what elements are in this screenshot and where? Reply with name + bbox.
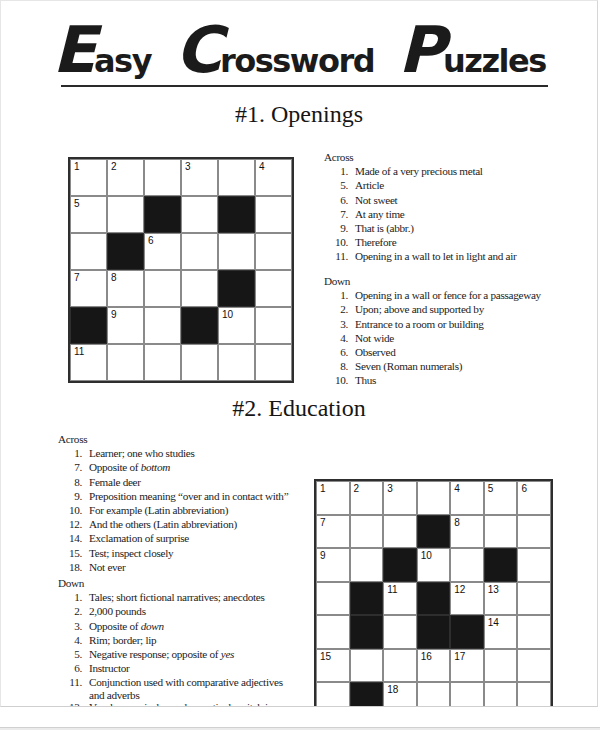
clue-number: 12	[454, 584, 465, 595]
p1-cell-r1c4[interactable]: 3	[181, 159, 218, 196]
clue-number: 9	[111, 309, 117, 320]
clue-list-number: 12.	[58, 517, 82, 531]
p1-cell-r3c6[interactable]	[255, 233, 292, 270]
clue-list-number: 6.	[324, 193, 348, 207]
clue-list-number: 3.	[324, 317, 348, 331]
p1-cell-r3c1[interactable]	[70, 233, 107, 270]
p1-cell-r2c6[interactable]	[255, 196, 292, 233]
clue-text: Thus	[355, 373, 376, 387]
clues-section-label: Down	[324, 274, 541, 288]
p1-cell-r1c1[interactable]: 1	[70, 159, 107, 196]
title-rest-easy: asy	[94, 42, 151, 80]
title-rest-crossword: rossword	[220, 42, 374, 80]
p2-cell-r2c7[interactable]	[517, 515, 551, 549]
p2-cell-r1c3[interactable]: 3	[383, 481, 417, 515]
p2-cell-r5c3[interactable]	[383, 615, 417, 649]
clue-text: Made of a very precious metal	[355, 164, 483, 178]
p2-cell-r5c2	[350, 615, 384, 649]
p1-cell-r4c4[interactable]	[181, 270, 218, 307]
clue-number: 3	[185, 161, 191, 172]
p1-cell-r5c2[interactable]: 9	[107, 307, 144, 344]
puzzle1-down-clues: Down1.Opening in a wall or fence for a p…	[324, 274, 541, 388]
clue-text: Observed	[355, 345, 395, 359]
clue-list-number: 2.	[324, 302, 348, 316]
title-word-crossword: Crossword	[175, 15, 374, 85]
p2-cell-r2c3[interactable]	[383, 515, 417, 549]
clue-number: 10	[222, 309, 233, 320]
clue-text: Article	[355, 178, 384, 192]
clue-list-number: 10.	[324, 373, 348, 387]
clue-list-number: 9.	[58, 489, 82, 503]
clue-number: 8	[111, 272, 117, 283]
clue-number: 2	[354, 483, 360, 494]
p1-cell-r3c4[interactable]	[181, 233, 218, 270]
clue-number: 7	[320, 517, 326, 528]
p2-cell-r5c1[interactable]	[316, 615, 350, 649]
clue-text: Not ever	[89, 560, 125, 574]
puzzle2-down-clues: Down1.Tales; short fictional narratives;…	[58, 576, 286, 707]
clue-number: 4	[259, 161, 265, 172]
p2-cell-r1c5[interactable]: 4	[450, 481, 484, 515]
clue: 8.Female deer	[58, 475, 288, 489]
clue: 1.Learner; one who studies	[58, 446, 288, 460]
clue-list-number: 1.	[58, 590, 82, 604]
clue-text: Opposite of down	[89, 619, 164, 633]
clue-list-number: 14.	[58, 531, 82, 545]
p1-cell-r5c6[interactable]	[255, 307, 292, 344]
clue: 2.Upon; above and supported by	[324, 302, 541, 316]
p2-cell-r5c4	[417, 615, 451, 649]
clue-number: 9	[320, 550, 326, 561]
clue-text: Opposite of bottom	[89, 460, 170, 474]
clue-text: Exclamation of surprise	[89, 531, 189, 545]
clue-text: Upon; above and supported by	[355, 302, 484, 316]
p2-cell-r5c5	[450, 615, 484, 649]
p2-cell-r4c5[interactable]: 12	[450, 582, 484, 616]
clue-list-number: 1.	[324, 164, 348, 178]
p2-cell-r4c6[interactable]: 13	[484, 582, 518, 616]
clue-list-number: 1.	[324, 288, 348, 302]
p2-cell-r6c1[interactable]: 15	[316, 649, 350, 683]
p2-cell-r3c4[interactable]: 10	[417, 548, 451, 582]
p1-cell-r5c3[interactable]	[144, 307, 181, 344]
clue-list-number: 5.	[324, 178, 348, 192]
puzzle1-heading: #1. Openings	[1, 101, 597, 128]
clue-text: Negative response; opposite of yes	[89, 647, 234, 661]
clue-list-number: 10.	[324, 235, 348, 249]
clue-number: 7	[74, 272, 80, 283]
p2-cell-r6c2[interactable]	[350, 649, 384, 683]
p1-cell-r6c6[interactable]	[255, 344, 292, 381]
puzzle2-heading: #2. Education	[1, 395, 597, 422]
p2-cell-r1c6[interactable]: 5	[484, 481, 518, 515]
puzzle2-across-clues: Across1.Learner; one who studies7.Opposi…	[58, 432, 288, 574]
clue: 8.Seven (Roman numerals)	[324, 359, 541, 373]
p2-cell-r2c4	[417, 515, 451, 549]
p2-cell-r5c7[interactable]	[517, 615, 551, 649]
p2-cell-r1c4[interactable]	[417, 481, 451, 515]
clue-list-number: 15.	[58, 546, 82, 560]
clue-text: At any time	[355, 207, 405, 221]
title-word-puzzles: Puzzles	[398, 15, 546, 85]
clues-section-label: Down	[58, 576, 286, 590]
clue-list-number: 7.	[58, 460, 82, 474]
clue-text: Opening in a wall or fence for a passage…	[355, 288, 541, 302]
p1-cell-r1c6[interactable]: 4	[255, 159, 292, 196]
clue-number: 14	[488, 617, 499, 628]
p1-cell-r4c5	[218, 270, 255, 307]
clue-number: 2	[111, 161, 117, 172]
clue: 10.Therefore	[324, 235, 516, 249]
p2-cell-r3c3	[383, 548, 417, 582]
clues-section-label: Across	[324, 150, 516, 164]
title-rest-puzzles: uzzles	[443, 42, 546, 80]
clue-list-number: 4.	[58, 633, 82, 647]
p2-cell-r6c6[interactable]	[484, 649, 518, 683]
p2-cell-r1c7[interactable]: 6	[517, 481, 551, 515]
p2-cell-r7c4[interactable]	[417, 682, 451, 707]
p2-cell-r6c7[interactable]	[517, 649, 551, 683]
p2-cell-r7c3[interactable]: 18	[383, 682, 417, 707]
p1-cell-r3c3[interactable]: 6	[144, 233, 181, 270]
clue-number: 1	[74, 161, 80, 172]
p1-cell-r2c3	[144, 196, 181, 233]
clue-number: 11	[387, 584, 397, 595]
clue-number: 5	[74, 198, 80, 209]
clue-text: Not wide	[355, 331, 394, 345]
clue-number: 13	[488, 584, 499, 595]
puzzle-page: Easy Crossword Puzzles #1. Openings 1234…	[0, 0, 598, 707]
p1-cell-r6c2[interactable]	[107, 344, 144, 381]
puzzle1-grid: 1234567891011	[68, 157, 294, 383]
clue-text: Female deer	[89, 475, 141, 489]
clue-text: Rim; border; lip	[89, 633, 156, 647]
p1-cell-r3c2	[107, 233, 144, 270]
clues-section-label: Across	[58, 432, 288, 446]
clue-text: Vocal or musical sound; a particular pit…	[89, 700, 286, 707]
clue: 10.Thus	[324, 373, 541, 387]
clue-list-number: 9.	[324, 221, 348, 235]
clue-list-number: 10.	[58, 503, 82, 517]
clue-list-number: 2.	[58, 604, 82, 618]
p2-cell-r2c2[interactable]	[350, 515, 384, 549]
page-title: Easy Crossword Puzzles	[1, 15, 597, 85]
clue-text: Preposition meaning “over and in contact…	[89, 489, 288, 503]
clue-number: 8	[454, 517, 460, 528]
clue-number: 1	[320, 483, 326, 494]
p1-cell-r2c2[interactable]	[107, 196, 144, 233]
clue: 3.Opposite of down	[58, 619, 286, 633]
p1-cell-r1c2[interactable]: 2	[107, 159, 144, 196]
clue-list-number: 5.	[58, 647, 82, 661]
p2-cell-r7c6[interactable]	[484, 682, 518, 707]
p1-cell-r3c5[interactable]	[218, 233, 255, 270]
clue-text: Instructor	[89, 661, 130, 675]
p1-cell-r6c5[interactable]	[218, 344, 255, 381]
clue: 6.Instructor	[58, 661, 286, 675]
clue: 5.Negative response; opposite of yes	[58, 647, 286, 661]
clue: 1.Opening in a wall or fence for a passa…	[324, 288, 541, 302]
p1-cell-r5c1	[70, 307, 107, 344]
p2-cell-r3c1[interactable]: 9	[316, 548, 350, 582]
p2-cell-r7c2	[350, 682, 384, 707]
p2-cell-r5c6[interactable]: 14	[484, 615, 518, 649]
clue: 13.Vocal or musical sound; a particular …	[58, 700, 286, 707]
clue: 12.And the others (Latin abbreviation)	[58, 517, 288, 531]
clue: 7.Opposite of bottom	[58, 460, 288, 474]
p2-cell-r4c7[interactable]	[517, 582, 551, 616]
clue: 6.Not sweet	[324, 193, 516, 207]
p2-cell-r4c4	[417, 582, 451, 616]
clue-text: 2,000 pounds	[89, 604, 146, 618]
p1-cell-r6c3[interactable]	[144, 344, 181, 381]
p2-cell-r7c5[interactable]	[450, 682, 484, 707]
p1-cell-r5c4	[181, 307, 218, 344]
clue: 5.Article	[324, 178, 516, 192]
p2-cell-r2c6[interactable]	[484, 515, 518, 549]
clue-list-number: 4.	[324, 331, 348, 345]
clue-list-number: 11.	[58, 675, 82, 689]
clue-number: 17	[454, 651, 465, 662]
p2-cell-r6c3[interactable]	[383, 649, 417, 683]
clue-number: 16	[421, 651, 432, 662]
clue-number: 6	[148, 235, 154, 246]
clue-number: 4	[454, 483, 460, 494]
title-cap-p: P	[398, 15, 443, 85]
p1-cell-r2c4[interactable]	[181, 196, 218, 233]
p1-cell-r4c3[interactable]	[144, 270, 181, 307]
p2-cell-r4c2	[350, 582, 384, 616]
p1-cell-r5c5[interactable]: 10	[218, 307, 255, 344]
title-cap-e: E	[52, 15, 94, 85]
clue-list-number: 3.	[58, 619, 82, 633]
clue: 10.For example (Latin abbreviation)	[58, 503, 288, 517]
p2-cell-r7c7[interactable]	[517, 682, 551, 707]
clue: 2.2,000 pounds	[58, 604, 286, 618]
clue: 3.Entrance to a room or building	[324, 317, 541, 331]
clue-number: 3	[387, 483, 393, 494]
clue: 6.Observed	[324, 345, 541, 359]
clue-list-number: 8.	[58, 475, 82, 489]
clue-text: Learner; one who studies	[89, 446, 195, 460]
p2-cell-r2c1[interactable]: 7	[316, 515, 350, 549]
p1-cell-r1c5[interactable]	[218, 159, 255, 196]
clue-text: Not sweet	[355, 193, 397, 207]
p1-cell-r4c1[interactable]: 7	[70, 270, 107, 307]
puzzle2-grid: 123456789101112131415161718	[314, 479, 553, 707]
clue-list-number: 6.	[58, 661, 82, 675]
p2-cell-r2c5[interactable]: 8	[450, 515, 484, 549]
clue-text: For example (Latin abbreviation)	[89, 503, 228, 517]
p2-cell-r3c6	[484, 548, 518, 582]
clue: 15.Test; inspect closely	[58, 546, 288, 560]
clue-text: Conjunction used with comparative adject…	[89, 675, 283, 689]
p2-cell-r6c5[interactable]: 17	[450, 649, 484, 683]
clue-number: 5	[488, 483, 494, 494]
clue: 14.Exclamation of surprise	[58, 531, 288, 545]
p1-cell-r2c1[interactable]: 5	[70, 196, 107, 233]
clue-text: Entrance to a room or building	[355, 317, 484, 331]
clue-list-number: 8.	[324, 359, 348, 373]
clue-text: Therefore	[355, 235, 396, 249]
clue-list-number: 1.	[58, 446, 82, 460]
title-underline	[61, 85, 548, 87]
p2-cell-r1c1[interactable]: 1	[316, 481, 350, 515]
p2-cell-r6c4[interactable]: 16	[417, 649, 451, 683]
title-cap-c: C	[175, 15, 220, 85]
clue-number: 11	[74, 346, 84, 357]
clue-number: 18	[387, 684, 398, 695]
p2-cell-r4c1[interactable]	[316, 582, 350, 616]
p1-cell-r6c4[interactable]	[181, 344, 218, 381]
clue-text: Opening in a wall to let in light and ai…	[355, 249, 516, 263]
clue: 9.Preposition meaning “over and in conta…	[58, 489, 288, 503]
clue-list-number: 18.	[58, 560, 82, 574]
clue-text: Tales; short fictional narratives; anecd…	[89, 590, 265, 604]
clue: 18.Not ever	[58, 560, 288, 574]
p1-cell-r4c6[interactable]	[255, 270, 292, 307]
p2-cell-r3c5[interactable]	[450, 548, 484, 582]
clue-text: And the others (Latin abbreviation)	[89, 517, 237, 531]
p1-cell-r4c2[interactable]: 8	[107, 270, 144, 307]
clue-number: 15	[320, 651, 331, 662]
clue-text: Seven (Roman numerals)	[355, 359, 462, 373]
clue-number: 10	[421, 550, 432, 561]
p2-cell-r3c2[interactable]	[350, 548, 384, 582]
p1-cell-r6c1[interactable]: 11	[70, 344, 107, 381]
puzzle1-across-clues: Across1.Made of a very precious metal5.A…	[324, 150, 516, 264]
clue: 4.Not wide	[324, 331, 541, 345]
clue: 9.That is (abbr.)	[324, 221, 516, 235]
title-word-easy: Easy	[52, 15, 151, 85]
clue: 11.Conjunction used with comparative adj…	[58, 675, 286, 689]
clue: 7.At any time	[324, 207, 516, 221]
p1-cell-r2c5	[218, 196, 255, 233]
clue: 11.Opening in a wall to let in light and…	[324, 249, 516, 263]
p2-cell-r4c3[interactable]: 11	[383, 582, 417, 616]
clue-number: 6	[521, 483, 527, 494]
clue-list-number: 13.	[58, 700, 82, 707]
clue-text: That is (abbr.)	[355, 221, 414, 235]
p1-cell-r1c3[interactable]	[144, 159, 181, 196]
clue: 1.Tales; short fictional narratives; ane…	[58, 590, 286, 604]
p2-cell-r1c2[interactable]: 2	[350, 481, 384, 515]
clue-text: Test; inspect closely	[89, 546, 173, 560]
clue-list-number: 6.	[324, 345, 348, 359]
clue: 1.Made of a very precious metal	[324, 164, 516, 178]
clue-list-number: 11.	[324, 249, 348, 263]
clue-continuation: and adverbs	[58, 690, 286, 700]
p2-cell-r3c7[interactable]	[517, 548, 551, 582]
clue: 4.Rim; border; lip	[58, 633, 286, 647]
p2-cell-r7c1[interactable]	[316, 682, 350, 707]
clue-list-number: 7.	[324, 207, 348, 221]
